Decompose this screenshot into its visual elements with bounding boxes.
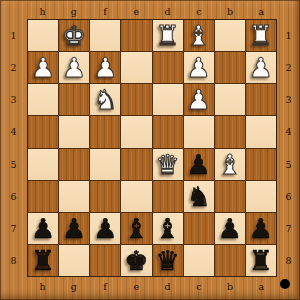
rank-labels-left: 12345678 (0, 19, 27, 277)
black-rook[interactable]: ♜ (31, 247, 55, 274)
square-c2[interactable]: ♟ (184, 52, 214, 83)
white-pawn[interactable]: ♟ (187, 86, 211, 113)
square-h4[interactable] (28, 116, 58, 147)
black-bishop[interactable]: ♝ (124, 215, 148, 242)
coordinate-label-a: a (246, 0, 277, 19)
coordinate-label-e: e (121, 277, 152, 300)
black-pawn[interactable]: ♟ (31, 215, 55, 242)
black-rook[interactable]: ♜ (249, 247, 273, 274)
square-d2[interactable] (153, 52, 183, 83)
black-to-move-indicator-dot (280, 279, 290, 289)
square-e7[interactable]: ♝ (121, 213, 151, 244)
square-b1[interactable] (215, 20, 245, 51)
square-b6[interactable] (215, 181, 245, 212)
white-bishop[interactable]: ♝ (187, 22, 211, 49)
chessboard-frame: hgfedcba 12345678 ♚♜♝♜♟♟♟♟♟♞♟♛♟♝♞♟♟♟♝♝♟♟… (0, 0, 300, 300)
square-d4[interactable] (153, 116, 183, 147)
square-g5[interactable] (59, 149, 89, 180)
coordinate-label-b: b (215, 0, 246, 19)
white-rook[interactable]: ♜ (155, 22, 179, 49)
square-c5[interactable]: ♟ (184, 149, 214, 180)
square-e3[interactable] (121, 84, 151, 115)
black-pawn[interactable]: ♟ (218, 215, 242, 242)
square-b4[interactable] (215, 116, 245, 147)
square-b7[interactable]: ♟ (215, 213, 245, 244)
square-e2[interactable] (121, 52, 151, 83)
square-a5[interactable] (246, 149, 276, 180)
square-c7[interactable] (184, 213, 214, 244)
file-labels-bottom: hgfedcba (27, 277, 277, 300)
white-knight[interactable]: ♞ (93, 86, 117, 113)
square-h1[interactable] (28, 20, 58, 51)
coordinate-label-1: 1 (277, 19, 300, 51)
square-e5[interactable] (121, 149, 151, 180)
coordinate-label-h: h (27, 0, 58, 19)
black-pawn[interactable]: ♟ (93, 215, 117, 242)
black-knight[interactable]: ♞ (187, 183, 211, 210)
square-e4[interactable] (121, 116, 151, 147)
square-g2[interactable]: ♟ (59, 52, 89, 83)
square-a3[interactable] (246, 84, 276, 115)
coordinate-label-4: 4 (0, 116, 27, 148)
white-pawn[interactable]: ♟ (93, 54, 117, 81)
coordinate-label-7: 7 (277, 213, 300, 245)
coordinate-label-1: 1 (0, 19, 27, 51)
square-e6[interactable] (121, 181, 151, 212)
coordinate-label-g: g (58, 277, 89, 300)
square-h3[interactable] (28, 84, 58, 115)
square-f2[interactable]: ♟ (90, 52, 120, 83)
coordinate-label-g: g (58, 0, 89, 19)
square-d5[interactable]: ♛ (153, 149, 183, 180)
square-c8[interactable] (184, 245, 214, 276)
square-c6[interactable]: ♞ (184, 181, 214, 212)
square-d7[interactable]: ♝ (153, 213, 183, 244)
square-g6[interactable] (59, 181, 89, 212)
square-h5[interactable] (28, 149, 58, 180)
coordinate-label-8: 8 (0, 245, 27, 277)
board: ♚♜♝♜♟♟♟♟♟♞♟♛♟♝♞♟♟♟♝♝♟♟♜♚♛♜ (27, 19, 277, 277)
square-a6[interactable] (246, 181, 276, 212)
square-f5[interactable] (90, 149, 120, 180)
square-a7[interactable]: ♟ (246, 213, 276, 244)
white-bishop[interactable]: ♝ (218, 151, 242, 178)
square-h2[interactable]: ♟ (28, 52, 58, 83)
square-g4[interactable] (59, 116, 89, 147)
coordinate-label-c: c (183, 277, 214, 300)
square-d3[interactable] (153, 84, 183, 115)
rank-labels-right: 12345678 (277, 19, 300, 277)
coordinate-label-f: f (90, 0, 121, 19)
square-e1[interactable] (121, 20, 151, 51)
black-king[interactable]: ♚ (124, 247, 148, 274)
square-h6[interactable] (28, 181, 58, 212)
square-f8[interactable] (90, 245, 120, 276)
coordinate-label-5: 5 (0, 148, 27, 180)
white-rook[interactable]: ♜ (249, 22, 273, 49)
square-h8[interactable]: ♜ (28, 245, 58, 276)
coordinate-label-e: e (121, 0, 152, 19)
square-f3[interactable]: ♞ (90, 84, 120, 115)
square-a1[interactable]: ♜ (246, 20, 276, 51)
coordinate-label-7: 7 (0, 213, 27, 245)
coordinate-label-6: 6 (277, 180, 300, 212)
coordinate-label-6: 6 (0, 180, 27, 212)
square-d6[interactable] (153, 181, 183, 212)
coordinate-label-c: c (183, 0, 214, 19)
square-c3[interactable]: ♟ (184, 84, 214, 115)
black-pawn[interactable]: ♟ (187, 151, 211, 178)
coordinate-label-4: 4 (277, 116, 300, 148)
square-h7[interactable]: ♟ (28, 213, 58, 244)
square-b3[interactable] (215, 84, 245, 115)
square-d1[interactable]: ♜ (153, 20, 183, 51)
square-g1[interactable]: ♚ (59, 20, 89, 51)
coordinate-label-8: 8 (277, 245, 300, 277)
coordinate-label-3: 3 (0, 84, 27, 116)
black-pawn[interactable]: ♟ (249, 215, 273, 242)
white-queen[interactable]: ♛ (155, 151, 179, 178)
square-f7[interactable]: ♟ (90, 213, 120, 244)
coordinate-label-2: 2 (277, 51, 300, 83)
file-labels-top: hgfedcba (27, 0, 277, 19)
square-b5[interactable]: ♝ (215, 149, 245, 180)
white-pawn[interactable]: ♟ (249, 54, 273, 81)
coordinate-label-d: d (152, 0, 183, 19)
coordinate-label-a: a (246, 277, 277, 300)
square-a2[interactable]: ♟ (246, 52, 276, 83)
black-bishop[interactable]: ♝ (155, 215, 179, 242)
white-pawn[interactable]: ♟ (31, 54, 55, 81)
square-d8[interactable]: ♛ (153, 245, 183, 276)
square-a8[interactable]: ♜ (246, 245, 276, 276)
coordinate-label-b: b (215, 277, 246, 300)
square-g3[interactable] (59, 84, 89, 115)
white-pawn[interactable]: ♟ (187, 54, 211, 81)
square-b8[interactable] (215, 245, 245, 276)
square-b2[interactable] (215, 52, 245, 83)
square-a4[interactable] (246, 116, 276, 147)
white-king[interactable]: ♚ (62, 22, 86, 49)
square-f6[interactable] (90, 181, 120, 212)
square-f1[interactable] (90, 20, 120, 51)
square-c4[interactable] (184, 116, 214, 147)
coordinate-label-f: f (90, 277, 121, 300)
square-f4[interactable] (90, 116, 120, 147)
black-pawn[interactable]: ♟ (62, 215, 86, 242)
square-e8[interactable]: ♚ (121, 245, 151, 276)
square-g8[interactable] (59, 245, 89, 276)
coordinate-label-2: 2 (0, 51, 27, 83)
coordinate-label-h: h (27, 277, 58, 300)
coordinate-label-5: 5 (277, 148, 300, 180)
coordinate-label-3: 3 (277, 84, 300, 116)
white-pawn[interactable]: ♟ (62, 54, 86, 81)
square-g7[interactable]: ♟ (59, 213, 89, 244)
square-c1[interactable]: ♝ (184, 20, 214, 51)
coordinate-label-d: d (152, 277, 183, 300)
black-queen[interactable]: ♛ (155, 247, 179, 274)
